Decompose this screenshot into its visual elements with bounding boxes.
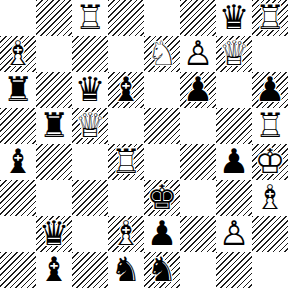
square-b7[interactable]: [36, 36, 72, 72]
square-h6[interactable]: ♟: [252, 72, 288, 108]
black-bishop-glyph: ♝: [108, 72, 144, 108]
white-bishop-outline: ♗: [108, 216, 144, 252]
square-f8[interactable]: [180, 0, 216, 36]
black-bishop-glyph: ♝: [36, 252, 72, 288]
square-h2[interactable]: [252, 216, 288, 252]
black-pawn-glyph: ♟: [144, 216, 180, 252]
square-d2[interactable]: ♝♗: [108, 216, 144, 252]
square-d4[interactable]: ♜♖: [108, 144, 144, 180]
piece-black-bishop[interactable]: ♝: [108, 72, 144, 108]
square-b4[interactable]: [36, 144, 72, 180]
black-pawn-glyph: ♟: [180, 72, 216, 108]
square-h1[interactable]: [252, 252, 288, 288]
black-pawn-glyph: ♟: [216, 144, 252, 180]
chess-board: ♜♖♛♜♖♝♗♞♘♟♙♛♕♜♛♝♟♟♜♛♕♜♖♝♜♖♟♚♔♚♝♗♛♝♗♟♟♙♝♞…: [0, 0, 288, 288]
black-pawn-glyph: ♟: [252, 72, 288, 108]
white-rook-outline: ♖: [252, 0, 288, 36]
square-g7[interactable]: ♛♕: [216, 36, 252, 72]
piece-black-knight[interactable]: ♞: [108, 252, 144, 288]
piece-white-queen[interactable]: ♛♕: [216, 36, 252, 72]
white-pawn-outline: ♙: [216, 216, 252, 252]
piece-black-knight[interactable]: ♞: [144, 252, 180, 288]
square-a8[interactable]: [0, 0, 36, 36]
piece-black-pawn[interactable]: ♟: [216, 144, 252, 180]
white-knight-outline: ♘: [144, 36, 180, 72]
black-queen-glyph: ♛: [36, 216, 72, 252]
piece-white-pawn[interactable]: ♟♙: [216, 216, 252, 252]
square-e1[interactable]: ♞: [144, 252, 180, 288]
square-a6[interactable]: ♜: [0, 72, 36, 108]
square-g8[interactable]: ♛: [216, 0, 252, 36]
white-queen-outline: ♕: [216, 36, 252, 72]
square-b5[interactable]: ♜: [36, 108, 72, 144]
square-a4[interactable]: ♝: [0, 144, 36, 180]
square-f3[interactable]: [180, 180, 216, 216]
square-g5[interactable]: [216, 108, 252, 144]
square-e2[interactable]: ♟: [144, 216, 180, 252]
square-a2[interactable]: [0, 216, 36, 252]
square-e7[interactable]: ♞♘: [144, 36, 180, 72]
black-queen-glyph: ♛: [216, 0, 252, 36]
piece-white-rook[interactable]: ♜♖: [72, 0, 108, 36]
square-c2[interactable]: [72, 216, 108, 252]
square-b8[interactable]: [36, 0, 72, 36]
white-pawn-outline: ♙: [180, 36, 216, 72]
square-d6[interactable]: ♝: [108, 72, 144, 108]
piece-white-queen[interactable]: ♛♕: [72, 108, 108, 144]
piece-black-bishop[interactable]: ♝: [36, 252, 72, 288]
square-c3[interactable]: [72, 180, 108, 216]
black-queen-glyph: ♛: [72, 72, 108, 108]
square-h7[interactable]: [252, 36, 288, 72]
square-c7[interactable]: [72, 36, 108, 72]
square-d7[interactable]: [108, 36, 144, 72]
piece-black-rook[interactable]: ♜: [36, 108, 72, 144]
square-e4[interactable]: [144, 144, 180, 180]
square-a7[interactable]: ♝♗: [0, 36, 36, 72]
square-c4[interactable]: [72, 144, 108, 180]
square-e8[interactable]: [144, 0, 180, 36]
piece-black-queen[interactable]: ♛: [72, 72, 108, 108]
square-f7[interactable]: ♟♙: [180, 36, 216, 72]
white-rook-outline: ♖: [108, 144, 144, 180]
square-c1[interactable]: [72, 252, 108, 288]
square-f5[interactable]: [180, 108, 216, 144]
square-f1[interactable]: [180, 252, 216, 288]
square-d3[interactable]: [108, 180, 144, 216]
square-e6[interactable]: [144, 72, 180, 108]
black-rook-glyph: ♜: [0, 72, 36, 108]
piece-white-pawn[interactable]: ♟♙: [180, 36, 216, 72]
square-g2[interactable]: ♟♙: [216, 216, 252, 252]
square-h4[interactable]: ♚♔: [252, 144, 288, 180]
piece-black-queen[interactable]: ♛: [216, 0, 252, 36]
square-e5[interactable]: [144, 108, 180, 144]
square-g6[interactable]: [216, 72, 252, 108]
square-f6[interactable]: ♟: [180, 72, 216, 108]
piece-black-queen[interactable]: ♛: [36, 216, 72, 252]
piece-black-king[interactable]: ♚: [144, 180, 180, 216]
piece-black-rook[interactable]: ♜: [0, 72, 36, 108]
black-king-glyph: ♚: [144, 180, 180, 216]
black-bishop-glyph: ♝: [0, 144, 36, 180]
square-f4[interactable]: [180, 144, 216, 180]
black-rook-glyph: ♜: [36, 108, 72, 144]
square-b6[interactable]: [36, 72, 72, 108]
square-h8[interactable]: ♜♖: [252, 0, 288, 36]
piece-white-bishop[interactable]: ♝♗: [0, 36, 36, 72]
square-g4[interactable]: ♟: [216, 144, 252, 180]
square-b1[interactable]: ♝: [36, 252, 72, 288]
piece-white-rook[interactable]: ♜♖: [252, 108, 288, 144]
square-c8[interactable]: ♜♖: [72, 0, 108, 36]
square-c5[interactable]: ♛♕: [72, 108, 108, 144]
piece-white-king[interactable]: ♚♔: [252, 144, 288, 180]
white-bishop-outline: ♗: [0, 36, 36, 72]
square-c6[interactable]: ♛: [72, 72, 108, 108]
square-g1[interactable]: [216, 252, 252, 288]
piece-black-pawn[interactable]: ♟: [144, 216, 180, 252]
piece-white-bishop[interactable]: ♝♗: [252, 180, 288, 216]
square-a3[interactable]: [0, 180, 36, 216]
square-b3[interactable]: [36, 180, 72, 216]
square-d5[interactable]: [108, 108, 144, 144]
white-queen-outline: ♕: [72, 108, 108, 144]
square-a5[interactable]: [0, 108, 36, 144]
piece-white-rook[interactable]: ♜♖: [252, 0, 288, 36]
square-h3[interactable]: ♝♗: [252, 180, 288, 216]
square-b2[interactable]: ♛: [36, 216, 72, 252]
white-rook-outline: ♖: [72, 0, 108, 36]
piece-black-pawn[interactable]: ♟: [252, 72, 288, 108]
black-knight-glyph: ♞: [144, 252, 180, 288]
piece-black-pawn[interactable]: ♟: [180, 72, 216, 108]
square-e3[interactable]: ♚: [144, 180, 180, 216]
square-d1[interactable]: ♞: [108, 252, 144, 288]
square-h5[interactable]: ♜♖: [252, 108, 288, 144]
piece-black-bishop[interactable]: ♝: [0, 144, 36, 180]
white-king-outline: ♔: [252, 144, 288, 180]
black-knight-glyph: ♞: [108, 252, 144, 288]
square-f2[interactable]: [180, 216, 216, 252]
white-bishop-outline: ♗: [252, 180, 288, 216]
piece-white-rook[interactable]: ♜♖: [108, 144, 144, 180]
white-rook-outline: ♖: [252, 108, 288, 144]
square-d8[interactable]: [108, 0, 144, 36]
square-g3[interactable]: [216, 180, 252, 216]
piece-white-bishop[interactable]: ♝♗: [108, 216, 144, 252]
piece-white-knight[interactable]: ♞♘: [144, 36, 180, 72]
square-a1[interactable]: [0, 252, 36, 288]
